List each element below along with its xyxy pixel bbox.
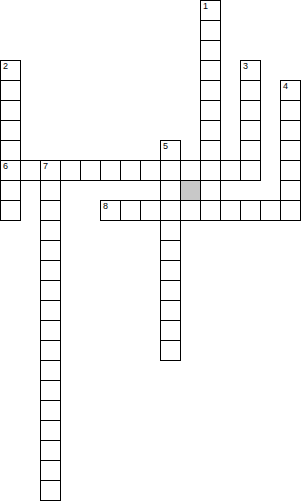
cell-r19-c2[interactable] <box>40 380 61 401</box>
cell-r8-c9[interactable] <box>180 160 201 181</box>
crossword-board: 12345678 <box>0 0 301 501</box>
cell-r4-c12[interactable] <box>240 80 261 101</box>
cell-r8-c11[interactable] <box>220 160 241 181</box>
cell-r10-c7[interactable] <box>140 200 161 221</box>
cell-r5-c12[interactable] <box>240 100 261 121</box>
cell-r21-c2[interactable] <box>40 420 61 441</box>
cell-r7-c0[interactable] <box>0 140 21 161</box>
cell-r9-c8[interactable] <box>160 180 181 201</box>
cell-r3-c12[interactable]: 3 <box>240 60 261 81</box>
cell-r5-c14[interactable] <box>280 100 301 121</box>
cell-r12-c2[interactable] <box>40 240 61 261</box>
cell-r8-c7[interactable] <box>140 160 161 181</box>
cell-r8-c5[interactable] <box>100 160 121 181</box>
cell-r7-c12[interactable] <box>240 140 261 161</box>
cell-r8-c14[interactable] <box>280 160 301 181</box>
cell-r23-c2[interactable] <box>40 460 61 481</box>
cell-r10-c12[interactable] <box>240 200 261 221</box>
cell-r10-c13[interactable] <box>260 200 281 221</box>
cell-r10-c11[interactable] <box>220 200 241 221</box>
clue-number-2: 2 <box>3 61 8 71</box>
cell-r0-c10[interactable]: 1 <box>200 0 221 21</box>
cell-r10-c14[interactable] <box>280 200 301 221</box>
clue-number-1: 1 <box>203 1 208 11</box>
cell-r18-c2[interactable] <box>40 360 61 381</box>
cell-r2-c10[interactable] <box>200 40 221 61</box>
cell-r15-c2[interactable] <box>40 300 61 321</box>
cell-r5-c0[interactable] <box>0 100 21 121</box>
clue-number-8: 8 <box>103 201 108 211</box>
cell-r11-c8[interactable] <box>160 220 181 241</box>
crossword-grid: 12345678 <box>0 0 301 501</box>
cell-r14-c2[interactable] <box>40 280 61 301</box>
cell-r22-c2[interactable] <box>40 440 61 461</box>
cell-r8-c4[interactable] <box>80 160 101 181</box>
cell-r14-c8[interactable] <box>160 280 181 301</box>
cell-r8-c12[interactable] <box>240 160 261 181</box>
cell-r8-c0[interactable]: 6 <box>0 160 21 181</box>
cell-r24-c2[interactable] <box>40 480 61 501</box>
cell-r6-c0[interactable] <box>0 120 21 141</box>
cell-r4-c14[interactable]: 4 <box>280 80 301 101</box>
cell-r8-c10[interactable] <box>200 160 221 181</box>
cell-r8-c6[interactable] <box>120 160 141 181</box>
cell-r12-c8[interactable] <box>160 240 181 261</box>
cell-r3-c10[interactable] <box>200 60 221 81</box>
cell-r11-c2[interactable] <box>40 220 61 241</box>
clue-number-7: 7 <box>43 161 48 171</box>
cell-r7-c14[interactable] <box>280 140 301 161</box>
cell-r10-c2[interactable] <box>40 200 61 221</box>
cell-r7-c10[interactable] <box>200 140 221 161</box>
cell-r10-c8[interactable] <box>160 200 181 221</box>
cell-r3-c0[interactable]: 2 <box>0 60 21 81</box>
cell-r7-c8[interactable]: 5 <box>160 140 181 161</box>
cell-r17-c8[interactable] <box>160 340 181 361</box>
cell-r9-c10[interactable] <box>200 180 221 201</box>
cell-r20-c2[interactable] <box>40 400 61 421</box>
cell-r10-c0[interactable] <box>0 200 21 221</box>
cell-r10-c6[interactable] <box>120 200 141 221</box>
cell-r13-c2[interactable] <box>40 260 61 281</box>
cell-r6-c10[interactable] <box>200 120 221 141</box>
clue-number-3: 3 <box>243 61 248 71</box>
cell-r6-c12[interactable] <box>240 120 261 141</box>
cell-r1-c10[interactable] <box>200 20 221 41</box>
cell-r8-c8[interactable] <box>160 160 181 181</box>
cell-r4-c10[interactable] <box>200 80 221 101</box>
cell-r8-c2[interactable]: 7 <box>40 160 61 181</box>
cell-r16-c8[interactable] <box>160 320 181 341</box>
cell-r16-c2[interactable] <box>40 320 61 341</box>
cell-r13-c8[interactable] <box>160 260 181 281</box>
cell-r8-c3[interactable] <box>60 160 81 181</box>
cell-r9-c2[interactable] <box>40 180 61 201</box>
cell-r4-c0[interactable] <box>0 80 21 101</box>
cell-r10-c9[interactable] <box>180 200 201 221</box>
cell-r10-c10[interactable] <box>200 200 221 221</box>
clue-number-5: 5 <box>163 141 168 151</box>
cell-r9-c14[interactable] <box>280 180 301 201</box>
cell-r8-c1[interactable] <box>20 160 41 181</box>
shaded-cell-r9-c9[interactable] <box>180 180 201 201</box>
clue-number-6: 6 <box>3 161 8 171</box>
clue-number-4: 4 <box>283 81 288 91</box>
cell-r9-c0[interactable] <box>0 180 21 201</box>
cell-r17-c2[interactable] <box>40 340 61 361</box>
cell-r5-c10[interactable] <box>200 100 221 121</box>
cell-r15-c8[interactable] <box>160 300 181 321</box>
cell-r10-c5[interactable]: 8 <box>100 200 121 221</box>
cell-r6-c14[interactable] <box>280 120 301 141</box>
